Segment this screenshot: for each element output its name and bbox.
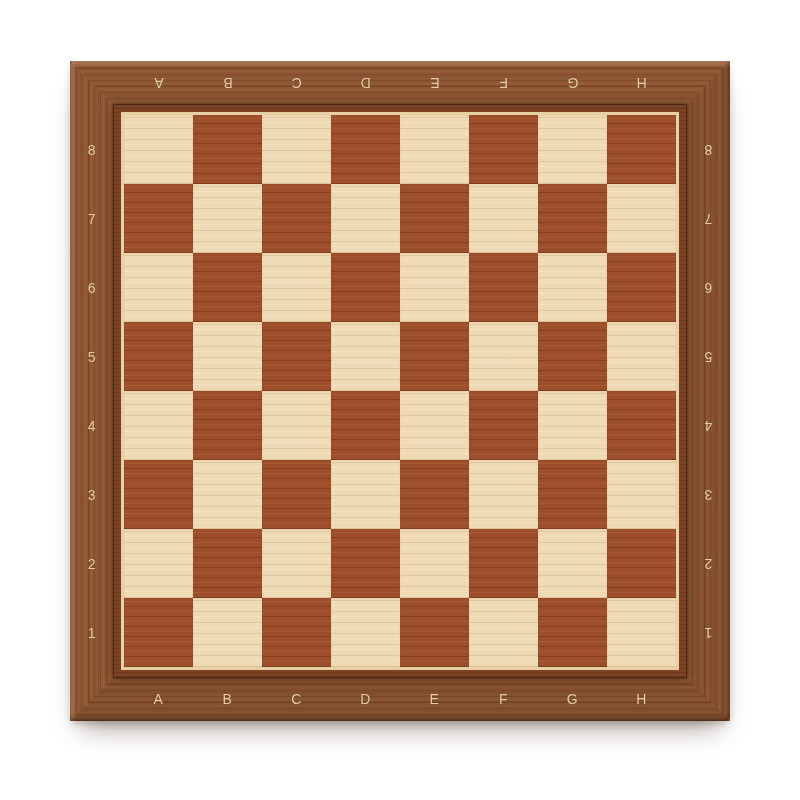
rank-label-left-5: 5 [88,350,96,364]
square-a6[interactable] [124,253,193,322]
square-e6[interactable] [400,253,469,322]
file-label-top-a: A [154,76,164,90]
square-d8[interactable] [331,115,400,184]
square-c1[interactable] [262,598,331,667]
file-label-top-g: G [567,76,578,90]
square-a4[interactable] [124,391,193,460]
square-e3[interactable] [400,460,469,529]
square-c3[interactable] [262,460,331,529]
square-d5[interactable] [331,322,400,391]
square-h2[interactable] [607,529,676,598]
square-e2[interactable] [400,529,469,598]
square-b3[interactable] [193,460,262,529]
square-f1[interactable] [469,598,538,667]
board-squares [121,112,679,670]
square-g6[interactable] [538,253,607,322]
rank-label-left-6: 6 [88,281,96,295]
square-f2[interactable] [469,529,538,598]
square-h8[interactable] [607,115,676,184]
file-label-top-c: C [291,76,302,90]
square-d2[interactable] [331,529,400,598]
square-d1[interactable] [331,598,400,667]
square-g7[interactable] [538,184,607,253]
square-b6[interactable] [193,253,262,322]
rank-label-right-3: 3 [704,488,712,502]
square-g1[interactable] [538,598,607,667]
file-label-bottom-g: G [567,692,578,706]
square-f5[interactable] [469,322,538,391]
square-a7[interactable] [124,184,193,253]
square-f3[interactable] [469,460,538,529]
rank-label-left-4: 4 [88,419,96,433]
file-label-bottom-f: F [499,692,508,706]
file-label-top-h: H [636,76,647,90]
square-b7[interactable] [193,184,262,253]
photo-background: ABCDEFGH ABCDEFGH 87654321 87654321 [0,0,800,800]
rank-label-right-2: 2 [704,557,712,571]
file-labels-bottom: ABCDEFGH [124,677,676,721]
square-c7[interactable] [262,184,331,253]
rank-label-right-4: 4 [704,419,712,433]
square-f8[interactable] [469,115,538,184]
square-e8[interactable] [400,115,469,184]
file-label-bottom-d: D [360,692,371,706]
file-label-bottom-b: B [223,692,233,706]
rank-label-left-7: 7 [88,212,96,226]
board-inner-margin [114,105,686,677]
rank-label-right-7: 7 [704,212,712,226]
rank-label-left-2: 2 [88,557,96,571]
file-label-bottom-a: A [154,692,164,706]
square-g4[interactable] [538,391,607,460]
square-b5[interactable] [193,322,262,391]
square-e5[interactable] [400,322,469,391]
file-label-bottom-h: H [636,692,647,706]
square-a8[interactable] [124,115,193,184]
rank-label-right-1: 1 [704,626,712,640]
square-h1[interactable] [607,598,676,667]
square-g8[interactable] [538,115,607,184]
square-f4[interactable] [469,391,538,460]
square-h5[interactable] [607,322,676,391]
square-b1[interactable] [193,598,262,667]
file-label-top-f: F [499,76,508,90]
square-a3[interactable] [124,460,193,529]
square-c5[interactable] [262,322,331,391]
square-h6[interactable] [607,253,676,322]
square-f7[interactable] [469,184,538,253]
square-b2[interactable] [193,529,262,598]
file-label-top-b: B [223,76,233,90]
file-label-bottom-e: E [430,692,440,706]
square-c4[interactable] [262,391,331,460]
square-h7[interactable] [607,184,676,253]
square-g3[interactable] [538,460,607,529]
rank-label-left-1: 1 [88,626,96,640]
file-label-top-d: D [360,76,371,90]
rank-labels-left: 87654321 [70,115,114,667]
square-h4[interactable] [607,391,676,460]
square-e4[interactable] [400,391,469,460]
square-f6[interactable] [469,253,538,322]
file-labels-top: ABCDEFGH [124,61,676,105]
square-d6[interactable] [331,253,400,322]
square-e7[interactable] [400,184,469,253]
square-c2[interactable] [262,529,331,598]
rank-label-right-6: 6 [704,281,712,295]
square-b4[interactable] [193,391,262,460]
square-e1[interactable] [400,598,469,667]
square-g5[interactable] [538,322,607,391]
square-a5[interactable] [124,322,193,391]
rank-label-left-3: 3 [88,488,96,502]
square-g2[interactable] [538,529,607,598]
square-a2[interactable] [124,529,193,598]
square-d3[interactable] [331,460,400,529]
square-b8[interactable] [193,115,262,184]
square-a1[interactable] [124,598,193,667]
square-h3[interactable] [607,460,676,529]
rank-labels-right: 87654321 [686,115,730,667]
rank-label-left-8: 8 [88,143,96,157]
square-c6[interactable] [262,253,331,322]
square-c8[interactable] [262,115,331,184]
square-d7[interactable] [331,184,400,253]
rank-label-right-5: 5 [704,350,712,364]
rank-label-right-8: 8 [704,143,712,157]
chess-board: ABCDEFGH ABCDEFGH 87654321 87654321 [70,61,730,721]
square-d4[interactable] [331,391,400,460]
file-label-top-e: E [430,76,440,90]
file-label-bottom-c: C [291,692,302,706]
